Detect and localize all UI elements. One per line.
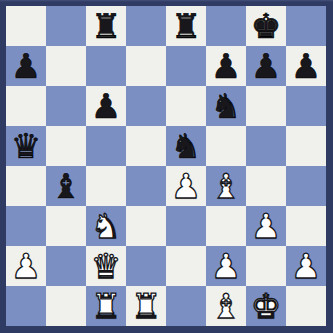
square-g5[interactable] [246, 126, 286, 166]
piece-black-pawn[interactable]: ♟ [11, 46, 41, 86]
square-a2[interactable]: ♟ [6, 246, 46, 286]
square-e3[interactable] [166, 206, 206, 246]
square-a7[interactable]: ♟ [6, 46, 46, 86]
chess-board-frame: ♜♜♚♟♟♟♟♟♞♛♞♝♟♝♞♟♟♛♟♟♜♜♝♚ [0, 0, 333, 333]
square-a6[interactable] [6, 86, 46, 126]
piece-white-pawn[interactable]: ♟ [251, 206, 281, 246]
piece-white-queen[interactable]: ♛ [91, 246, 121, 286]
piece-black-knight[interactable]: ♞ [171, 126, 201, 166]
square-h5[interactable] [286, 126, 326, 166]
square-e6[interactable] [166, 86, 206, 126]
square-e8[interactable]: ♜ [166, 6, 206, 46]
piece-white-pawn[interactable]: ♟ [11, 246, 41, 286]
piece-black-pawn[interactable]: ♟ [91, 86, 121, 126]
piece-black-pawn[interactable]: ♟ [291, 46, 321, 86]
square-d6[interactable] [126, 86, 166, 126]
square-f6[interactable]: ♞ [206, 86, 246, 126]
piece-white-knight[interactable]: ♞ [91, 206, 121, 246]
square-a4[interactable] [6, 166, 46, 206]
square-g8[interactable]: ♚ [246, 6, 286, 46]
square-h6[interactable] [286, 86, 326, 126]
square-b7[interactable] [46, 46, 86, 86]
piece-white-pawn[interactable]: ♟ [171, 166, 201, 206]
square-g7[interactable]: ♟ [246, 46, 286, 86]
square-c1[interactable]: ♜ [86, 286, 126, 326]
square-f7[interactable]: ♟ [206, 46, 246, 86]
square-f5[interactable] [206, 126, 246, 166]
square-g1[interactable]: ♚ [246, 286, 286, 326]
piece-black-bishop[interactable]: ♝ [51, 166, 81, 206]
square-b8[interactable] [46, 6, 86, 46]
square-e1[interactable] [166, 286, 206, 326]
square-h3[interactable] [286, 206, 326, 246]
square-b3[interactable] [46, 206, 86, 246]
piece-white-rook[interactable]: ♜ [91, 286, 121, 326]
square-b4[interactable]: ♝ [46, 166, 86, 206]
square-e5[interactable]: ♞ [166, 126, 206, 166]
square-c6[interactable]: ♟ [86, 86, 126, 126]
piece-black-rook[interactable]: ♜ [171, 6, 201, 46]
square-g6[interactable] [246, 86, 286, 126]
square-c2[interactable]: ♛ [86, 246, 126, 286]
square-b1[interactable] [46, 286, 86, 326]
piece-black-pawn[interactable]: ♟ [211, 46, 241, 86]
square-c3[interactable]: ♞ [86, 206, 126, 246]
square-f1[interactable]: ♝ [206, 286, 246, 326]
square-g4[interactable] [246, 166, 286, 206]
square-d8[interactable] [126, 6, 166, 46]
square-c7[interactable] [86, 46, 126, 86]
piece-black-knight[interactable]: ♞ [211, 86, 241, 126]
piece-white-king[interactable]: ♚ [251, 286, 281, 326]
chess-board: ♜♜♚♟♟♟♟♟♞♛♞♝♟♝♞♟♟♛♟♟♜♜♝♚ [6, 6, 326, 326]
square-d1[interactable]: ♜ [126, 286, 166, 326]
square-a8[interactable] [6, 6, 46, 46]
square-h2[interactable]: ♟ [286, 246, 326, 286]
square-a5[interactable]: ♛ [6, 126, 46, 166]
piece-white-pawn[interactable]: ♟ [211, 246, 241, 286]
square-d5[interactable] [126, 126, 166, 166]
piece-black-queen[interactable]: ♛ [11, 126, 41, 166]
piece-black-rook[interactable]: ♜ [91, 6, 121, 46]
square-e7[interactable] [166, 46, 206, 86]
square-a1[interactable] [6, 286, 46, 326]
square-c5[interactable] [86, 126, 126, 166]
square-d7[interactable] [126, 46, 166, 86]
square-f3[interactable] [206, 206, 246, 246]
square-d3[interactable] [126, 206, 166, 246]
piece-white-rook[interactable]: ♜ [131, 286, 161, 326]
piece-white-pawn[interactable]: ♟ [291, 246, 321, 286]
square-d2[interactable] [126, 246, 166, 286]
square-f8[interactable] [206, 6, 246, 46]
piece-white-bishop[interactable]: ♝ [211, 166, 241, 206]
square-c8[interactable]: ♜ [86, 6, 126, 46]
square-d4[interactable] [126, 166, 166, 206]
square-g2[interactable] [246, 246, 286, 286]
piece-black-king[interactable]: ♚ [251, 6, 281, 46]
square-h8[interactable] [286, 6, 326, 46]
square-b2[interactable] [46, 246, 86, 286]
piece-black-pawn[interactable]: ♟ [251, 46, 281, 86]
square-f4[interactable]: ♝ [206, 166, 246, 206]
square-b6[interactable] [46, 86, 86, 126]
square-c4[interactable] [86, 166, 126, 206]
square-h1[interactable] [286, 286, 326, 326]
square-e4[interactable]: ♟ [166, 166, 206, 206]
square-b5[interactable] [46, 126, 86, 166]
square-f2[interactable]: ♟ [206, 246, 246, 286]
square-h7[interactable]: ♟ [286, 46, 326, 86]
piece-white-bishop[interactable]: ♝ [211, 286, 241, 326]
square-e2[interactable] [166, 246, 206, 286]
square-g3[interactable]: ♟ [246, 206, 286, 246]
square-a3[interactable] [6, 206, 46, 246]
square-h4[interactable] [286, 166, 326, 206]
